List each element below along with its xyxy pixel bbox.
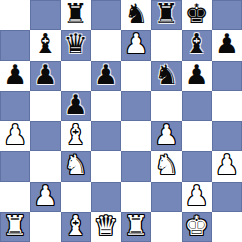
square-d3[interactable] — [91, 151, 121, 181]
square-f7[interactable] — [151, 30, 181, 60]
piece-white-king[interactable]: ♚ — [185, 212, 209, 241]
piece-white-queen[interactable]: ♛ — [94, 212, 118, 241]
square-a2[interactable] — [0, 182, 30, 212]
square-d7[interactable] — [91, 30, 121, 60]
square-f6[interactable]: ♞ — [151, 61, 181, 91]
square-a3[interactable] — [0, 151, 30, 181]
square-c1[interactable]: ♝ — [61, 212, 91, 242]
square-g4[interactable] — [182, 121, 212, 151]
square-f1[interactable] — [151, 212, 181, 242]
square-f2[interactable] — [151, 182, 181, 212]
square-g1[interactable]: ♚ — [182, 212, 212, 242]
piece-black-king[interactable]: ♚ — [185, 0, 209, 29]
square-c3[interactable]: ♞ — [61, 151, 91, 181]
square-h6[interactable] — [212, 61, 242, 91]
square-f3[interactable]: ♞ — [151, 151, 181, 181]
square-c6[interactable] — [61, 61, 91, 91]
piece-white-rook[interactable]: ♜ — [3, 212, 27, 241]
piece-black-pawn[interactable]: ♟ — [33, 61, 57, 90]
square-h7[interactable]: ♟ — [212, 30, 242, 60]
square-b3[interactable] — [30, 151, 60, 181]
square-e3[interactable] — [121, 151, 151, 181]
piece-white-pawn[interactable]: ♟ — [33, 182, 57, 211]
square-c2[interactable] — [61, 182, 91, 212]
piece-white-rook[interactable]: ♜ — [124, 212, 148, 241]
square-b8[interactable] — [30, 0, 60, 30]
square-b4[interactable] — [30, 121, 60, 151]
square-g3[interactable] — [182, 151, 212, 181]
square-d1[interactable]: ♛ — [91, 212, 121, 242]
square-b5[interactable] — [30, 91, 60, 121]
square-h2[interactable] — [212, 182, 242, 212]
piece-black-pawn[interactable]: ♟ — [3, 61, 27, 90]
square-e2[interactable] — [121, 182, 151, 212]
square-g8[interactable]: ♚ — [182, 0, 212, 30]
square-a6[interactable]: ♟ — [0, 61, 30, 91]
piece-black-pawn[interactable]: ♟ — [215, 30, 239, 59]
square-b7[interactable]: ♝ — [30, 30, 60, 60]
square-d6[interactable]: ♟ — [91, 61, 121, 91]
square-h5[interactable] — [212, 91, 242, 121]
piece-white-bishop[interactable]: ♝ — [64, 121, 88, 150]
piece-black-pawn[interactable]: ♟ — [64, 91, 88, 120]
piece-black-pawn[interactable]: ♟ — [94, 61, 118, 90]
square-e5[interactable] — [121, 91, 151, 121]
piece-black-knight[interactable]: ♞ — [124, 0, 148, 29]
square-d8[interactable] — [91, 0, 121, 30]
square-b2[interactable]: ♟ — [30, 182, 60, 212]
square-h3[interactable]: ♟ — [212, 151, 242, 181]
square-d4[interactable] — [91, 121, 121, 151]
square-a7[interactable] — [0, 30, 30, 60]
piece-black-knight[interactable]: ♞ — [154, 61, 178, 90]
square-c7[interactable]: ♛ — [61, 30, 91, 60]
square-a5[interactable] — [0, 91, 30, 121]
square-d2[interactable] — [91, 182, 121, 212]
square-h1[interactable] — [212, 212, 242, 242]
square-e7[interactable]: ♟ — [121, 30, 151, 60]
square-e1[interactable]: ♜ — [121, 212, 151, 242]
piece-white-knight[interactable]: ♞ — [154, 151, 178, 180]
square-c8[interactable]: ♜ — [61, 0, 91, 30]
piece-white-pawn[interactable]: ♟ — [185, 182, 209, 211]
chess-board: ♜♞♜♚♝♛♟♝♟♟♟♟♞♟♟♟♝♟♞♞♟♟♟♜♝♛♜♚ — [0, 0, 242, 242]
piece-black-bishop[interactable]: ♝ — [185, 30, 209, 59]
square-f5[interactable] — [151, 91, 181, 121]
piece-black-rook[interactable]: ♜ — [64, 0, 88, 29]
piece-white-pawn[interactable]: ♟ — [3, 121, 27, 150]
square-a1[interactable]: ♜ — [0, 212, 30, 242]
square-d5[interactable] — [91, 91, 121, 121]
piece-white-pawn[interactable]: ♟ — [154, 121, 178, 150]
square-g7[interactable]: ♝ — [182, 30, 212, 60]
square-h4[interactable] — [212, 121, 242, 151]
square-e6[interactable] — [121, 61, 151, 91]
square-h8[interactable] — [212, 0, 242, 30]
piece-white-pawn[interactable]: ♟ — [215, 151, 239, 180]
square-g5[interactable] — [182, 91, 212, 121]
square-e4[interactable] — [121, 121, 151, 151]
piece-black-bishop[interactable]: ♝ — [33, 30, 57, 59]
square-f8[interactable]: ♜ — [151, 0, 181, 30]
piece-black-pawn[interactable]: ♟ — [185, 61, 209, 90]
square-a4[interactable]: ♟ — [0, 121, 30, 151]
piece-black-queen[interactable]: ♛ — [64, 30, 88, 59]
piece-black-rook[interactable]: ♜ — [154, 0, 178, 29]
piece-white-bishop[interactable]: ♝ — [64, 212, 88, 241]
square-c4[interactable]: ♝ — [61, 121, 91, 151]
square-f4[interactable]: ♟ — [151, 121, 181, 151]
square-g6[interactable]: ♟ — [182, 61, 212, 91]
square-c5[interactable]: ♟ — [61, 91, 91, 121]
square-e8[interactable]: ♞ — [121, 0, 151, 30]
square-g2[interactable]: ♟ — [182, 182, 212, 212]
piece-white-knight[interactable]: ♞ — [64, 151, 88, 180]
square-b1[interactable] — [30, 212, 60, 242]
piece-white-pawn[interactable]: ♟ — [124, 30, 148, 59]
square-b6[interactable]: ♟ — [30, 61, 60, 91]
square-a8[interactable] — [0, 0, 30, 30]
